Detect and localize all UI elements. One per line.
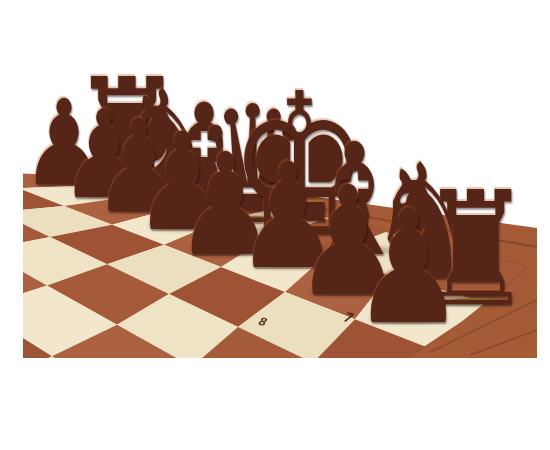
piece-layer: ♟ ♜ ♟ ♞ ♝ ♟ ♛ ♟ ♚ ♝ ♟ ♟ ♞ ♟ ♜ ♟: [0, 0, 550, 450]
chess-set-photo: 871 ♟ ♜ ♟ ♞ ♝ ♟ ♛ ♟ ♚ ♝ ♟ ♟ ♞ ♟ ♜ ♟: [0, 0, 550, 450]
piece-pawn-h: ♟: [345, 189, 471, 346]
